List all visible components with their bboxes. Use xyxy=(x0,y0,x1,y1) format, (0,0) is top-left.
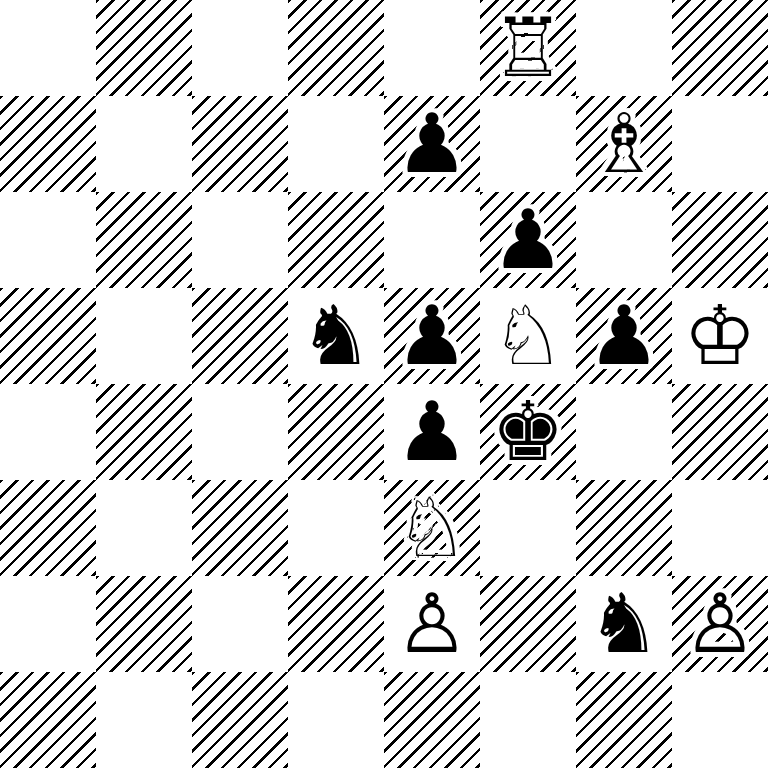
square-f7[interactable] xyxy=(480,96,576,192)
square-c7[interactable] xyxy=(192,96,288,192)
square-g7[interactable]: ♗ xyxy=(576,96,672,192)
white-rook-f8[interactable]: ♖ xyxy=(491,0,565,96)
square-a6[interactable] xyxy=(0,192,96,288)
square-c8[interactable] xyxy=(192,0,288,96)
black-pawn-g5[interactable]: ♟ xyxy=(587,288,661,384)
square-a3[interactable] xyxy=(0,480,96,576)
white-knight-e3[interactable]: ♘ xyxy=(395,480,469,576)
square-g4[interactable] xyxy=(576,384,672,480)
square-e8[interactable] xyxy=(384,0,480,96)
square-c3[interactable] xyxy=(192,480,288,576)
square-f1[interactable] xyxy=(480,672,576,768)
square-g3[interactable] xyxy=(576,480,672,576)
square-b4[interactable] xyxy=(96,384,192,480)
square-a2[interactable] xyxy=(0,576,96,672)
black-pawn-e4[interactable]: ♟ xyxy=(395,384,469,480)
square-d2[interactable] xyxy=(288,576,384,672)
square-d8[interactable] xyxy=(288,0,384,96)
square-g2[interactable]: ♞ xyxy=(576,576,672,672)
square-e7[interactable]: ♟ xyxy=(384,96,480,192)
square-a7[interactable] xyxy=(0,96,96,192)
white-pawn-e2[interactable]: ♙ xyxy=(395,576,469,672)
square-f6[interactable]: ♟ xyxy=(480,192,576,288)
square-b1[interactable] xyxy=(96,672,192,768)
square-b8[interactable] xyxy=(96,0,192,96)
square-g5[interactable]: ♟ xyxy=(576,288,672,384)
square-h8[interactable] xyxy=(672,0,768,96)
square-h7[interactable] xyxy=(672,96,768,192)
black-king-f4[interactable]: ♚ xyxy=(491,384,565,480)
square-f3[interactable] xyxy=(480,480,576,576)
square-b2[interactable] xyxy=(96,576,192,672)
square-e2[interactable]: ♙ xyxy=(384,576,480,672)
square-h1[interactable] xyxy=(672,672,768,768)
square-c4[interactable] xyxy=(192,384,288,480)
square-g1[interactable] xyxy=(576,672,672,768)
square-f5[interactable]: ♘ xyxy=(480,288,576,384)
black-pawn-f6[interactable]: ♟ xyxy=(491,192,565,288)
square-g6[interactable] xyxy=(576,192,672,288)
square-d1[interactable] xyxy=(288,672,384,768)
square-f2[interactable] xyxy=(480,576,576,672)
square-d6[interactable] xyxy=(288,192,384,288)
square-c1[interactable] xyxy=(192,672,288,768)
square-a4[interactable] xyxy=(0,384,96,480)
square-h6[interactable] xyxy=(672,192,768,288)
square-e6[interactable] xyxy=(384,192,480,288)
square-d3[interactable] xyxy=(288,480,384,576)
white-king-h5[interactable]: ♔ xyxy=(683,288,757,384)
square-c2[interactable] xyxy=(192,576,288,672)
black-knight-g2[interactable]: ♞ xyxy=(587,576,661,672)
square-h4[interactable] xyxy=(672,384,768,480)
square-d7[interactable] xyxy=(288,96,384,192)
black-knight-d5[interactable]: ♞ xyxy=(299,288,373,384)
square-h3[interactable] xyxy=(672,480,768,576)
white-pawn-h2[interactable]: ♙ xyxy=(683,576,757,672)
square-e1[interactable] xyxy=(384,672,480,768)
square-c6[interactable] xyxy=(192,192,288,288)
square-d5[interactable]: ♞ xyxy=(288,288,384,384)
square-f8[interactable]: ♖ xyxy=(480,0,576,96)
square-b7[interactable] xyxy=(96,96,192,192)
square-a1[interactable] xyxy=(0,672,96,768)
square-h5[interactable]: ♔ xyxy=(672,288,768,384)
white-knight-f5[interactable]: ♘ xyxy=(491,288,565,384)
square-e3[interactable]: ♘ xyxy=(384,480,480,576)
black-pawn-e5[interactable]: ♟ xyxy=(395,288,469,384)
square-h2[interactable]: ♙ xyxy=(672,576,768,672)
square-d4[interactable] xyxy=(288,384,384,480)
square-b5[interactable] xyxy=(96,288,192,384)
square-b6[interactable] xyxy=(96,192,192,288)
square-e5[interactable]: ♟ xyxy=(384,288,480,384)
square-b3[interactable] xyxy=(96,480,192,576)
square-a5[interactable] xyxy=(0,288,96,384)
square-g8[interactable] xyxy=(576,0,672,96)
square-c5[interactable] xyxy=(192,288,288,384)
square-f4[interactable]: ♚ xyxy=(480,384,576,480)
square-a8[interactable] xyxy=(0,0,96,96)
black-pawn-e7[interactable]: ♟ xyxy=(395,96,469,192)
white-bishop-g7[interactable]: ♗ xyxy=(587,96,661,192)
square-e4[interactable]: ♟ xyxy=(384,384,480,480)
chess-board: ♖♟♗♟♞♟♘♟♔♟♚♘♙♞♙ xyxy=(0,0,768,768)
